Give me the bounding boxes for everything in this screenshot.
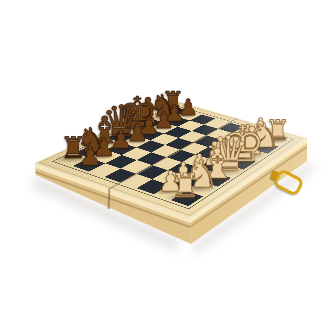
chess-set-product-photo: ♜♞♝♛♚♝♞♜♟♟♟♟♟♟♟♟♟♟♟♟♟♟♟♟♜♞♝♛♚♝♞♜ bbox=[0, 0, 333, 333]
piece-black-pawn-a7[interactable]: ♟ bbox=[78, 142, 101, 168]
brass-latch bbox=[270, 168, 304, 200]
piece-white-rook-a1[interactable]: ♜ bbox=[171, 170, 201, 203]
